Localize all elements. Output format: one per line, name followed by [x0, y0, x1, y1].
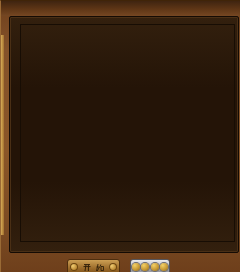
window-edge-highlight	[1, 35, 4, 235]
captured-black-tray-bar	[1, 1, 240, 16]
board-frame	[9, 16, 239, 253]
menu-coin-button[interactable]	[151, 263, 159, 271]
chess-board	[20, 24, 235, 242]
chess-app-window	[0, 0, 240, 272]
menu-coin-button[interactable]	[160, 263, 168, 271]
menu-coin-button[interactable]	[132, 263, 140, 271]
menu-toolbar	[130, 259, 170, 272]
ornament-swirl-icon	[70, 263, 78, 271]
rank-labels-left	[10, 24, 19, 240]
start-char-kai	[83, 263, 91, 272]
ornament-swirl-icon	[109, 263, 117, 271]
start-char-shi	[96, 263, 104, 272]
menu-coin-button[interactable]	[141, 263, 149, 271]
start-button[interactable]	[67, 259, 120, 272]
file-labels-bottom	[20, 246, 233, 252]
